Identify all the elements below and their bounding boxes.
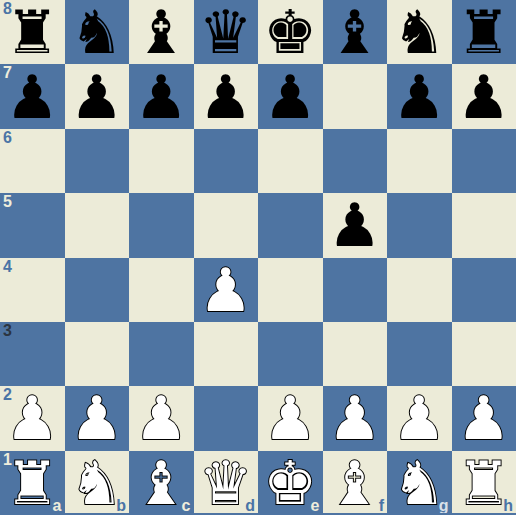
piece-white-pawn[interactable]: ♟ [328, 388, 382, 448]
square-a2[interactable]: 2♟ [0, 386, 65, 450]
square-h7[interactable]: ♟ [452, 64, 516, 128]
piece-white-bishop[interactable]: ♝ [134, 453, 188, 513]
square-f6[interactable] [323, 129, 388, 193]
square-d4[interactable]: ♟ [194, 258, 259, 322]
rank-label-5: 5 [3, 193, 12, 211]
square-g2[interactable]: ♟ [387, 386, 452, 450]
square-f7[interactable] [323, 64, 388, 128]
square-a3[interactable]: 3 [0, 322, 65, 386]
square-h4[interactable] [452, 258, 516, 322]
square-f3[interactable] [323, 322, 388, 386]
square-c3[interactable] [129, 322, 194, 386]
rank-label-6: 6 [3, 129, 12, 147]
square-a8[interactable]: 8♜ [0, 0, 65, 64]
square-a1[interactable]: 1a♜ [0, 451, 65, 515]
square-c6[interactable] [129, 129, 194, 193]
piece-white-pawn[interactable]: ♟ [263, 388, 317, 448]
square-d8[interactable]: ♛ [194, 0, 259, 64]
piece-white-rook[interactable]: ♜ [5, 453, 59, 513]
square-a5[interactable]: 5 [0, 193, 65, 257]
square-c8[interactable]: ♝ [129, 0, 194, 64]
piece-black-pawn[interactable]: ♟ [199, 67, 253, 127]
square-e1[interactable]: e♚ [258, 451, 323, 515]
square-b2[interactable]: ♟ [65, 386, 130, 450]
rank-label-3: 3 [3, 322, 12, 340]
square-g6[interactable] [387, 129, 452, 193]
piece-white-bishop[interactable]: ♝ [328, 453, 382, 513]
piece-black-pawn[interactable]: ♟ [457, 67, 511, 127]
piece-white-pawn[interactable]: ♟ [392, 388, 446, 448]
piece-black-queen[interactable]: ♛ [199, 2, 253, 62]
square-b7[interactable]: ♟ [65, 64, 130, 128]
piece-black-pawn[interactable]: ♟ [263, 67, 317, 127]
square-d5[interactable] [194, 193, 259, 257]
square-f1[interactable]: f♝ [323, 451, 388, 515]
square-g4[interactable] [387, 258, 452, 322]
square-b8[interactable]: ♞ [65, 0, 130, 64]
square-h8[interactable]: ♜ [452, 0, 516, 64]
piece-black-bishop[interactable]: ♝ [134, 2, 188, 62]
square-b4[interactable] [65, 258, 130, 322]
square-d6[interactable] [194, 129, 259, 193]
piece-black-knight[interactable]: ♞ [392, 2, 446, 62]
rank-label-8: 8 [3, 0, 12, 18]
square-c4[interactable] [129, 258, 194, 322]
piece-white-pawn[interactable]: ♟ [199, 260, 253, 320]
square-e2[interactable]: ♟ [258, 386, 323, 450]
piece-white-pawn[interactable]: ♟ [457, 388, 511, 448]
square-g1[interactable]: g♞ [387, 451, 452, 515]
piece-white-pawn[interactable]: ♟ [70, 388, 124, 448]
square-e7[interactable]: ♟ [258, 64, 323, 128]
piece-black-pawn[interactable]: ♟ [70, 67, 124, 127]
square-b3[interactable] [65, 322, 130, 386]
square-a6[interactable]: 6 [0, 129, 65, 193]
square-c7[interactable]: ♟ [129, 64, 194, 128]
chess-board-region: 8♜♞♝♛♚♝♞♜7♟♟♟♟♟♟♟65♟4♟32♟♟♟♟♟♟♟1a♜b♞c♝d♛… [0, 0, 516, 515]
piece-black-pawn[interactable]: ♟ [134, 67, 188, 127]
chess-board: 8♜♞♝♛♚♝♞♜7♟♟♟♟♟♟♟65♟4♟32♟♟♟♟♟♟♟1a♜b♞c♝d♛… [0, 0, 516, 515]
square-b5[interactable] [65, 193, 130, 257]
square-h6[interactable] [452, 129, 516, 193]
piece-black-pawn[interactable]: ♟ [5, 67, 59, 127]
piece-black-king[interactable]: ♚ [263, 2, 317, 62]
square-a4[interactable]: 4 [0, 258, 65, 322]
square-c1[interactable]: c♝ [129, 451, 194, 515]
square-h5[interactable] [452, 193, 516, 257]
square-g8[interactable]: ♞ [387, 0, 452, 64]
square-g5[interactable] [387, 193, 452, 257]
square-h3[interactable] [452, 322, 516, 386]
square-g3[interactable] [387, 322, 452, 386]
square-f2[interactable]: ♟ [323, 386, 388, 450]
square-f4[interactable] [323, 258, 388, 322]
square-e8[interactable]: ♚ [258, 0, 323, 64]
square-c2[interactable]: ♟ [129, 386, 194, 450]
square-e6[interactable] [258, 129, 323, 193]
square-b1[interactable]: b♞ [65, 451, 130, 515]
square-h2[interactable]: ♟ [452, 386, 516, 450]
square-f8[interactable]: ♝ [323, 0, 388, 64]
square-e3[interactable] [258, 322, 323, 386]
rank-label-7: 7 [3, 64, 12, 82]
square-d1[interactable]: d♛ [194, 451, 259, 515]
piece-white-pawn[interactable]: ♟ [5, 388, 59, 448]
square-d3[interactable] [194, 322, 259, 386]
piece-white-king[interactable]: ♚ [263, 453, 317, 513]
square-a7[interactable]: 7♟ [0, 64, 65, 128]
rank-label-2: 2 [3, 386, 12, 404]
rank-label-1: 1 [3, 451, 12, 469]
square-c5[interactable] [129, 193, 194, 257]
piece-black-rook[interactable]: ♜ [5, 2, 59, 62]
piece-black-knight[interactable]: ♞ [70, 2, 124, 62]
square-f5[interactable]: ♟ [323, 193, 388, 257]
piece-black-pawn[interactable]: ♟ [392, 67, 446, 127]
square-d2[interactable] [194, 386, 259, 450]
square-e4[interactable] [258, 258, 323, 322]
square-e5[interactable] [258, 193, 323, 257]
piece-black-bishop[interactable]: ♝ [328, 2, 382, 62]
piece-white-pawn[interactable]: ♟ [134, 388, 188, 448]
square-d7[interactable]: ♟ [194, 64, 259, 128]
square-h1[interactable]: h♜ [452, 451, 516, 515]
rank-label-4: 4 [3, 258, 12, 276]
piece-black-rook[interactable]: ♜ [457, 2, 511, 62]
piece-black-pawn[interactable]: ♟ [328, 195, 382, 255]
square-b6[interactable] [65, 129, 130, 193]
square-g7[interactable]: ♟ [387, 64, 452, 128]
